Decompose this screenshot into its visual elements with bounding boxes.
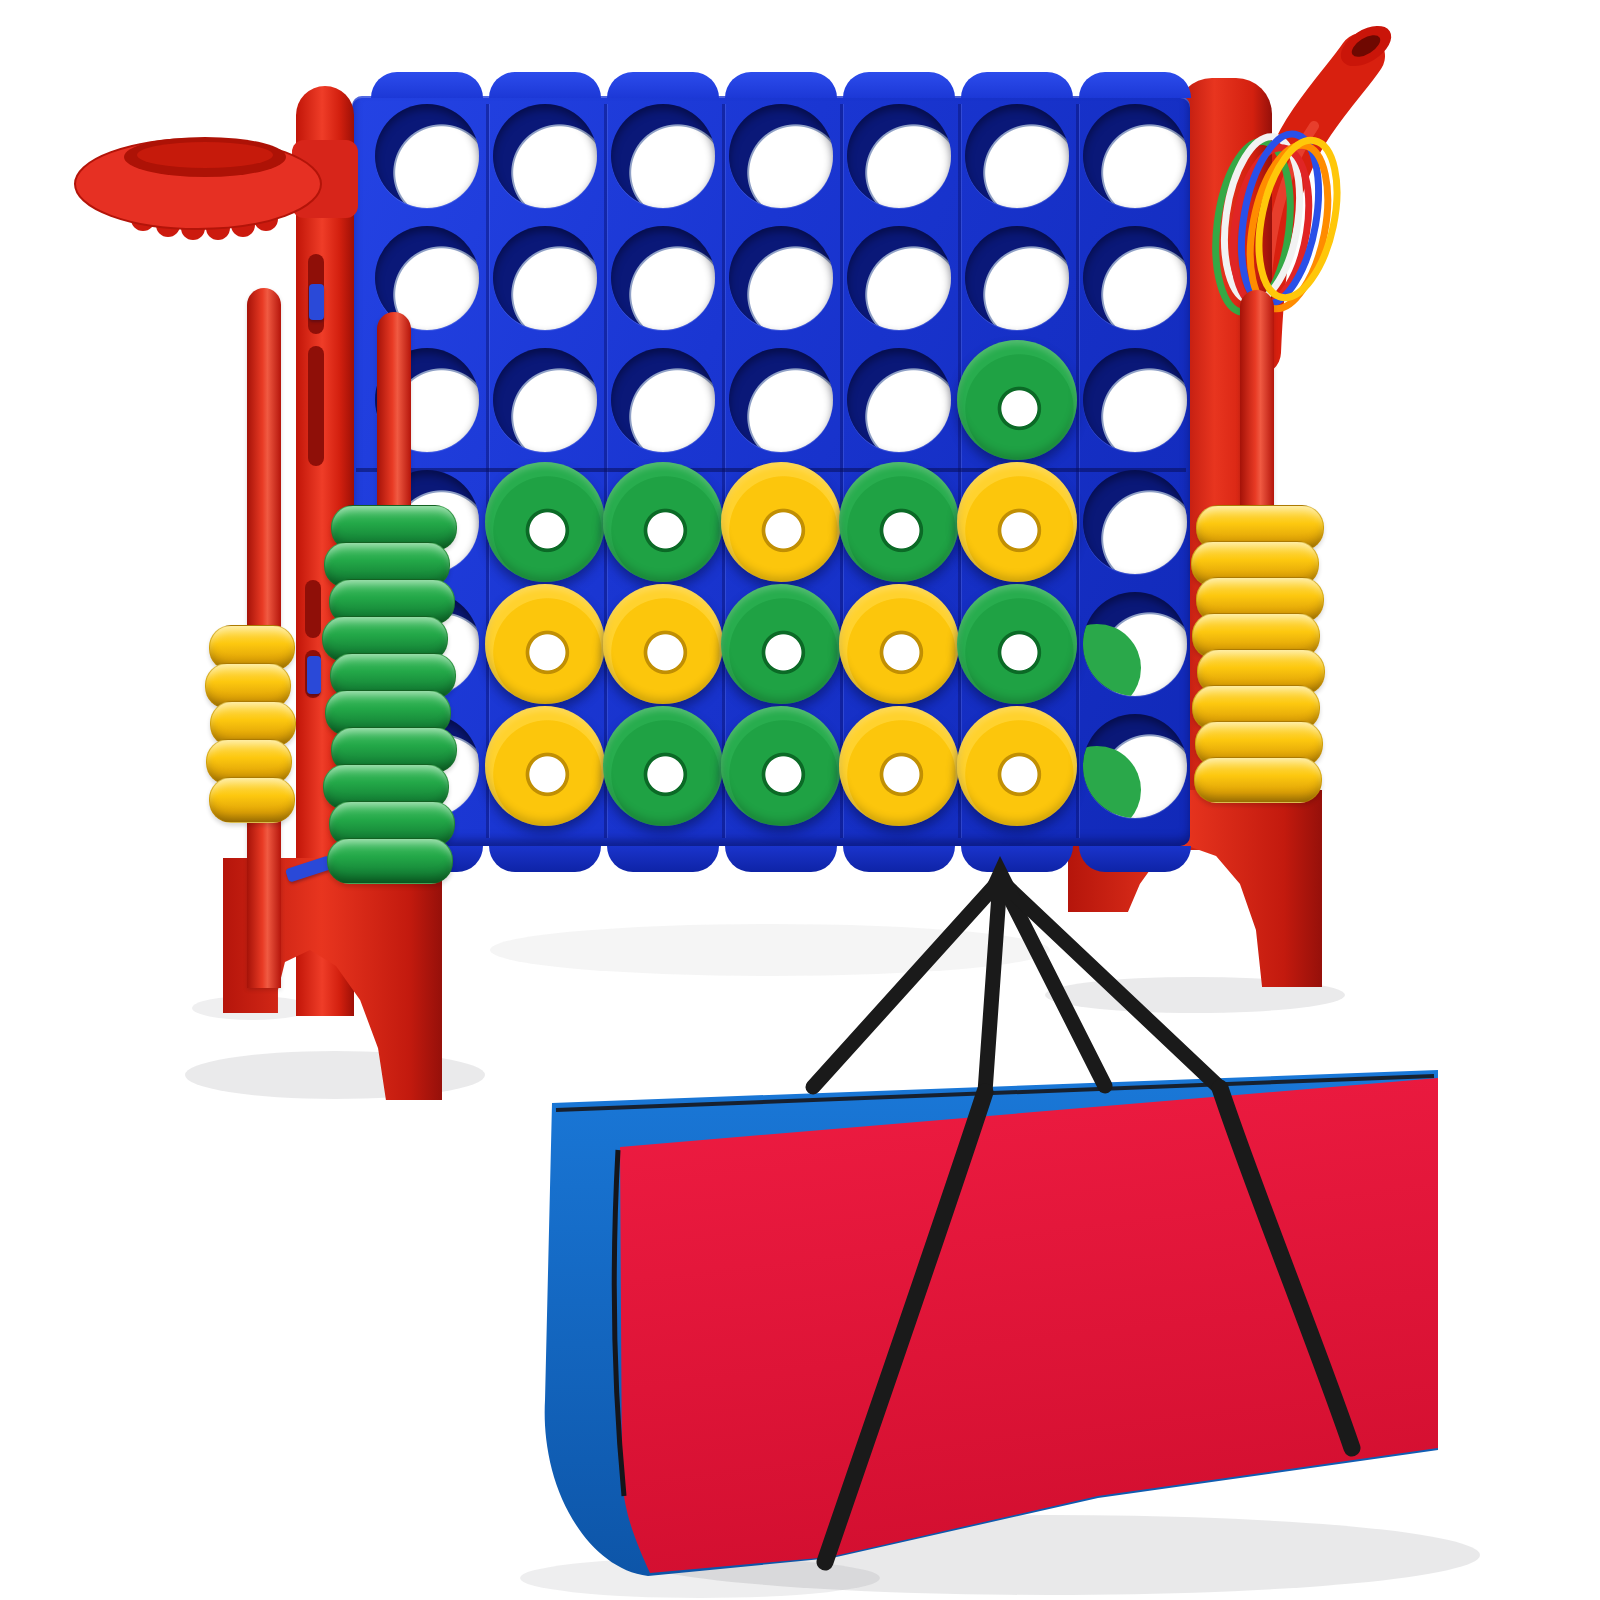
blue-clip	[309, 284, 324, 320]
disc-yellow	[839, 584, 959, 704]
hoop-net-scallops	[131, 207, 278, 240]
board-cell-r3c5	[840, 339, 958, 461]
board-cell-r3c4	[722, 339, 840, 461]
strap-handle-mid-left	[985, 880, 1000, 1092]
board-cell-r2c5	[840, 217, 958, 339]
hoop-opening	[124, 137, 286, 177]
disc-yellow	[957, 462, 1077, 582]
disc-yellow	[839, 706, 959, 826]
board-cell-r5c5	[840, 583, 958, 705]
connect-four-grid	[368, 95, 1194, 827]
board-hole	[611, 226, 715, 330]
strap-handle-right	[1002, 882, 1220, 1088]
product-photo-stage	[0, 0, 1600, 1600]
disc-yellow	[721, 462, 841, 582]
board-bottom-scallop	[961, 846, 1073, 872]
board-cell-r1c7	[1076, 95, 1194, 217]
disc-yellow	[485, 584, 605, 704]
board-hole	[1083, 348, 1187, 452]
disc-green	[485, 462, 605, 582]
board-cell-r6c5	[840, 705, 958, 827]
board-hole	[847, 104, 951, 208]
board-bottom-scallop	[843, 846, 955, 872]
board-hole	[847, 226, 951, 330]
post-slot	[305, 580, 321, 638]
board-cell-r2c2	[486, 217, 604, 339]
board-bottom-scallop	[725, 846, 837, 872]
board-hole	[493, 104, 597, 208]
disc-green	[603, 462, 723, 582]
disc-yellow	[485, 706, 605, 826]
board-bottom-scallop	[607, 846, 719, 872]
board-cell-r1c3	[604, 95, 722, 217]
board-cell-r4c5	[840, 461, 958, 583]
board-cell-r2c7	[1076, 217, 1194, 339]
strap-on-bag-right	[1220, 1088, 1352, 1448]
disc-green	[957, 340, 1077, 460]
board-cell-r4c2	[486, 461, 604, 583]
board-cell-r2c4	[722, 217, 840, 339]
board-cell-r3c7	[1076, 339, 1194, 461]
yellow-rings-left-post-ring	[209, 777, 295, 823]
board-cell-r3c2	[486, 339, 604, 461]
blue-clip	[307, 656, 321, 694]
disc-green-partial	[1083, 746, 1141, 818]
board-cell-r6c4	[722, 705, 840, 827]
floor-shadow-center	[490, 924, 1050, 976]
board-hole	[1083, 592, 1187, 696]
yellow-rings-right-post-ring	[1194, 757, 1322, 803]
board-hole	[1083, 714, 1187, 818]
disc-yellow	[957, 706, 1077, 826]
board-bottom-scallop	[489, 846, 601, 872]
board-hole	[729, 104, 833, 208]
bag-floor-shadow	[620, 1515, 1480, 1595]
ring-toss-pole-left-inner	[377, 312, 411, 522]
board-hole	[1083, 104, 1187, 208]
post-slot	[308, 346, 324, 466]
board-cell-r4c4	[722, 461, 840, 583]
board-hole	[847, 348, 951, 452]
board-hole	[493, 226, 597, 330]
ring-toss-pole-right	[1240, 290, 1274, 520]
board-cell-r5c2	[486, 583, 604, 705]
board-hole	[375, 104, 479, 208]
board-cell-r5c7	[1076, 583, 1194, 705]
bag-top-seam	[556, 1076, 1434, 1110]
board-cell-r5c6	[958, 583, 1076, 705]
board-hole	[729, 226, 833, 330]
board-cell-r6c7	[1076, 705, 1194, 827]
board-cell-r6c2	[486, 705, 604, 827]
board-hole	[1083, 470, 1187, 574]
board-cell-r6c6	[958, 705, 1076, 827]
strap-on-bag-left	[825, 1092, 985, 1562]
disc-green	[721, 584, 841, 704]
strap-handle-mid-right	[1002, 882, 1105, 1086]
green-rings-left-post-ring	[327, 838, 453, 884]
bag-zipper	[614, 1150, 624, 1496]
disc-yellow	[603, 584, 723, 704]
bag-red-front-panel	[620, 1078, 1438, 1573]
board-hole	[729, 348, 833, 452]
board-cell-r1c5	[840, 95, 958, 217]
board-cell-r1c6	[958, 95, 1076, 217]
board-cell-r6c3	[604, 705, 722, 827]
board-cell-r3c3	[604, 339, 722, 461]
board-hole	[965, 226, 1069, 330]
board-cell-r5c3	[604, 583, 722, 705]
bag-floor-shadow-left	[520, 1558, 880, 1598]
board-bottom-scallop	[1079, 846, 1191, 872]
hoop-rim	[75, 139, 321, 229]
board-cell-r2c3	[604, 217, 722, 339]
board-cell-r4c3	[604, 461, 722, 583]
disc-green	[839, 462, 959, 582]
disc-green	[721, 706, 841, 826]
board-cell-r1c2	[486, 95, 604, 217]
disc-green-partial	[1083, 624, 1141, 696]
bag-blue-shell	[545, 1070, 1438, 1576]
board-hole	[611, 348, 715, 452]
horn-tip	[1334, 18, 1398, 75]
strap-handle-left	[813, 880, 1000, 1087]
board-cell-r4c6	[958, 461, 1076, 583]
board-hole	[1083, 226, 1187, 330]
board-cell-r5c4	[722, 583, 840, 705]
board-cell-r1c1	[368, 95, 486, 217]
board-cell-r1c4	[722, 95, 840, 217]
board-hole	[965, 104, 1069, 208]
disc-green	[957, 584, 1077, 704]
board-hole	[493, 348, 597, 452]
board-cell-r4c7	[1076, 461, 1194, 583]
board-hole	[611, 104, 715, 208]
board-cell-r2c6	[958, 217, 1076, 339]
hoop-opening-inner	[137, 142, 273, 168]
disc-green	[603, 706, 723, 826]
board-cell-r3c6	[958, 339, 1076, 461]
